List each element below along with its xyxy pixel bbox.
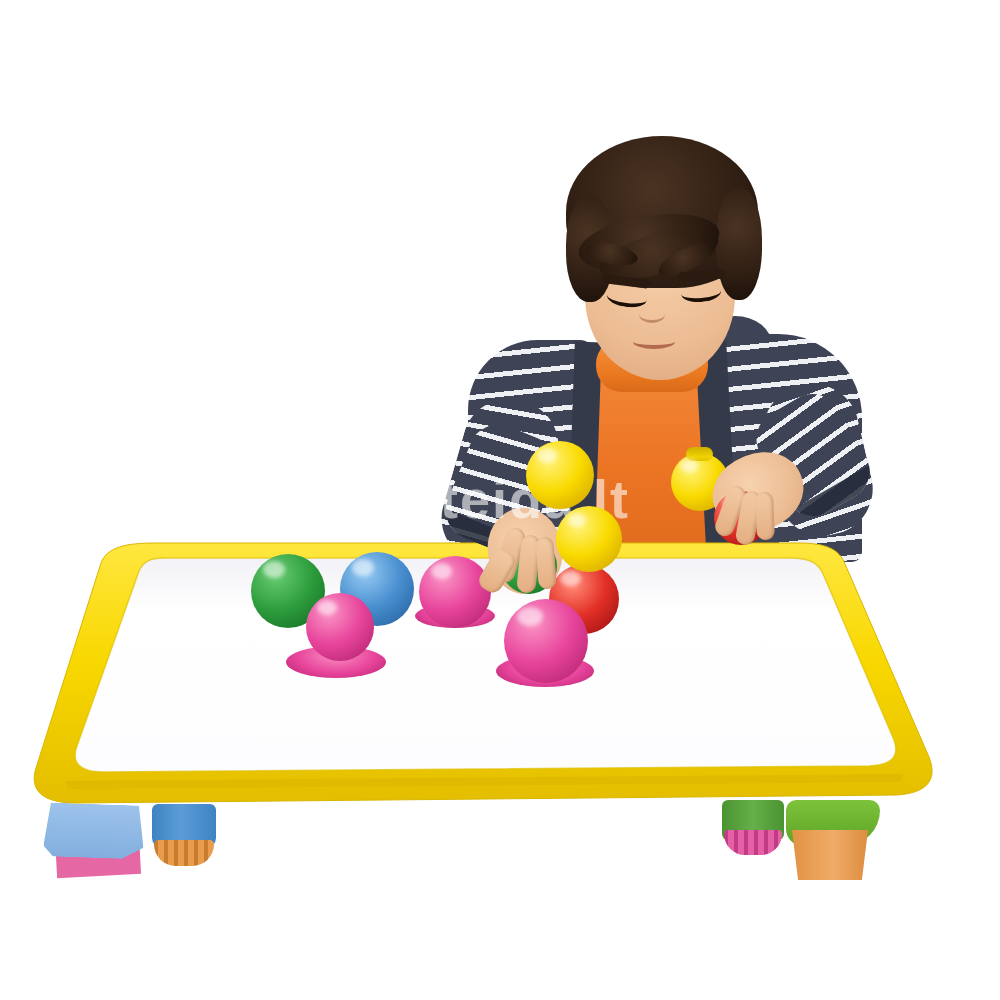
pink-middle-base-ball-ball [419, 556, 491, 628]
ball-highlight [431, 563, 453, 579]
ball-highlight [317, 600, 337, 615]
table-front-ridge [66, 774, 903, 789]
child-mouth [633, 334, 675, 349]
child-hair-right-side [716, 188, 762, 300]
child-finger [535, 536, 557, 589]
child-nose [639, 306, 665, 323]
ball-highlight [352, 559, 374, 575]
table-leg-lightblue [43, 802, 145, 859]
table-leg-orange-foot [154, 840, 214, 866]
pink-left-base-ball-ball [306, 593, 374, 661]
ball-highlight [567, 513, 587, 528]
table-leg-orange-block [792, 830, 868, 880]
yellow-stack-ball [556, 506, 622, 572]
pink-front-base-ball-ball [504, 599, 588, 683]
ball-highlight [680, 459, 697, 472]
table-leg-pink-foot [724, 830, 782, 855]
child-finger [755, 492, 775, 541]
ball-highlight [560, 571, 581, 586]
ball-highlight [537, 448, 557, 463]
ball-highlight [263, 561, 285, 577]
product-photo: teida.lt [0, 0, 1000, 1000]
yellow-top-ball [526, 441, 594, 509]
ball-highlight [517, 607, 542, 625]
